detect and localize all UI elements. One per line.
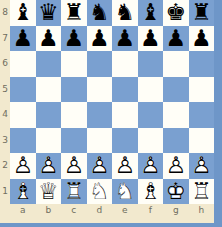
- piece-white-pawn[interactable]: ♟♙: [138, 153, 164, 179]
- square-a2[interactable]: ♟♙: [10, 153, 36, 179]
- square-d5[interactable]: [87, 77, 113, 103]
- file-label-b: b: [36, 204, 62, 223]
- square-h3[interactable]: [189, 128, 215, 154]
- square-f4[interactable]: [138, 102, 164, 128]
- square-c2[interactable]: ♟♙: [61, 153, 87, 179]
- square-g1[interactable]: ♚♔: [163, 179, 189, 205]
- file-label-a: a: [10, 204, 36, 223]
- piece-black-pawn[interactable]: ♟: [10, 26, 36, 52]
- piece-black-pawn[interactable]: ♟: [87, 26, 113, 52]
- square-g6[interactable]: [163, 51, 189, 77]
- square-h5[interactable]: [189, 77, 215, 103]
- square-e7[interactable]: ♟: [112, 26, 138, 52]
- rank-label-7: 7: [0, 26, 10, 52]
- square-e5[interactable]: [112, 77, 138, 103]
- chess-board: ♝♛♜♞♞♝♚♜♟♟♟♟♟♟♟♟♟♙♟♙♟♙♟♙♟♙♟♙♟♙♟♙♝♗♛♕♜♖♞♘…: [10, 0, 214, 204]
- rank-label-8: 8: [0, 0, 10, 26]
- square-f3[interactable]: [138, 128, 164, 154]
- square-h6[interactable]: [189, 51, 215, 77]
- piece-black-pawn[interactable]: ♟: [36, 26, 62, 52]
- black-piece-glyph: ♝: [12, 1, 33, 24]
- piece-white-pawn[interactable]: ♟♙: [36, 153, 62, 179]
- piece-black-queen[interactable]: ♛: [36, 0, 62, 26]
- square-b3[interactable]: [36, 128, 62, 154]
- white-piece-outline: ♗: [12, 180, 33, 203]
- rank-label-1: 1: [0, 179, 10, 205]
- piece-white-knight[interactable]: ♞♘: [87, 179, 113, 205]
- square-c4[interactable]: [61, 102, 87, 128]
- piece-black-pawn[interactable]: ♟: [61, 26, 87, 52]
- square-f8[interactable]: ♝: [138, 0, 164, 26]
- square-a6[interactable]: [10, 51, 36, 77]
- file-label-e: e: [112, 204, 138, 223]
- black-piece-glyph: ♛: [38, 1, 59, 24]
- square-f7[interactable]: ♟: [138, 26, 164, 52]
- square-d2[interactable]: ♟♙: [87, 153, 113, 179]
- piece-white-bishop[interactable]: ♝♗: [10, 179, 36, 205]
- square-e6[interactable]: [112, 51, 138, 77]
- piece-white-knight[interactable]: ♞♘: [112, 179, 138, 205]
- white-piece-outline: ♗: [140, 180, 161, 203]
- square-b6[interactable]: [36, 51, 62, 77]
- white-piece-outline: ♙: [38, 154, 59, 177]
- piece-black-pawn[interactable]: ♟: [138, 26, 164, 52]
- black-piece-glyph: ♚: [165, 1, 186, 24]
- black-piece-glyph: ♟: [165, 27, 186, 50]
- square-h7[interactable]: ♟: [189, 26, 215, 52]
- piece-black-knight[interactable]: ♞: [87, 0, 113, 26]
- piece-white-king[interactable]: ♚♔: [163, 179, 189, 205]
- white-piece-outline: ♘: [114, 180, 135, 203]
- square-b1[interactable]: ♛♕: [36, 179, 62, 205]
- piece-white-queen[interactable]: ♛♕: [36, 179, 62, 205]
- piece-black-bishop[interactable]: ♝: [138, 0, 164, 26]
- file-labels: abcdefgh: [0, 204, 214, 223]
- square-a3[interactable]: [10, 128, 36, 154]
- file-label-c: c: [61, 204, 87, 223]
- square-f6[interactable]: [138, 51, 164, 77]
- file-label-f: f: [138, 204, 164, 223]
- square-f1[interactable]: ♝♗: [138, 179, 164, 205]
- square-g7[interactable]: ♟: [163, 26, 189, 52]
- square-a7[interactable]: ♟: [10, 26, 36, 52]
- square-g4[interactable]: [163, 102, 189, 128]
- black-piece-glyph: ♟: [89, 27, 110, 50]
- square-b2[interactable]: ♟♙: [36, 153, 62, 179]
- rank-label-3: 3: [0, 128, 10, 154]
- piece-white-bishop[interactable]: ♝♗: [138, 179, 164, 205]
- square-h1[interactable]: ♜♖: [189, 179, 215, 205]
- piece-white-rook[interactable]: ♜♖: [189, 179, 215, 205]
- square-e4[interactable]: [112, 102, 138, 128]
- white-piece-outline: ♙: [89, 154, 110, 177]
- file-label-g: g: [163, 204, 189, 223]
- piece-black-knight[interactable]: ♞: [112, 0, 138, 26]
- piece-black-rook[interactable]: ♜: [189, 0, 215, 26]
- square-b7[interactable]: ♟: [36, 26, 62, 52]
- piece-white-pawn[interactable]: ♟♙: [189, 153, 215, 179]
- black-piece-glyph: ♟: [12, 27, 33, 50]
- square-g8[interactable]: ♚: [163, 0, 189, 26]
- piece-black-pawn[interactable]: ♟: [163, 26, 189, 52]
- file-label-h: h: [189, 204, 215, 223]
- file-label-d: d: [87, 204, 113, 223]
- rank-label-4: 4: [0, 102, 10, 128]
- square-a4[interactable]: [10, 102, 36, 128]
- white-piece-outline: ♕: [38, 180, 59, 203]
- square-f2[interactable]: ♟♙: [138, 153, 164, 179]
- piece-white-pawn[interactable]: ♟♙: [10, 153, 36, 179]
- white-piece-outline: ♙: [114, 154, 135, 177]
- black-piece-glyph: ♟: [140, 27, 161, 50]
- black-piece-glyph: ♟: [38, 27, 59, 50]
- square-b8[interactable]: ♛: [36, 0, 62, 26]
- square-a1[interactable]: ♝♗: [10, 179, 36, 205]
- square-h8[interactable]: ♜: [189, 0, 215, 26]
- chess-board-window: 87654321 abcdefgh ♝♛♜♞♞♝♚♜♟♟♟♟♟♟♟♟♟♙♟♙♟♙…: [0, 0, 222, 227]
- square-g5[interactable]: [163, 77, 189, 103]
- square-b5[interactable]: [36, 77, 62, 103]
- rank-labels: 87654321: [0, 0, 10, 204]
- piece-white-rook[interactable]: ♜♖: [61, 179, 87, 205]
- square-c5[interactable]: [61, 77, 87, 103]
- black-piece-glyph: ♞: [114, 1, 135, 24]
- white-piece-outline: ♔: [165, 180, 186, 203]
- white-piece-outline: ♖: [191, 180, 212, 203]
- square-g3[interactable]: [163, 128, 189, 154]
- black-piece-glyph: ♜: [191, 1, 212, 24]
- piece-black-pawn[interactable]: ♟: [112, 26, 138, 52]
- square-e1[interactable]: ♞♘: [112, 179, 138, 205]
- square-e2[interactable]: ♟♙: [112, 153, 138, 179]
- piece-black-bishop[interactable]: ♝: [10, 0, 36, 26]
- square-e3[interactable]: [112, 128, 138, 154]
- white-piece-outline: ♙: [12, 154, 33, 177]
- square-g2[interactable]: ♟♙: [163, 153, 189, 179]
- rank-label-5: 5: [0, 77, 10, 103]
- piece-black-pawn[interactable]: ♟: [189, 26, 215, 52]
- square-d1[interactable]: ♞♘: [87, 179, 113, 205]
- piece-white-pawn[interactable]: ♟♙: [87, 153, 113, 179]
- square-c3[interactable]: [61, 128, 87, 154]
- square-c1[interactable]: ♜♖: [61, 179, 87, 205]
- square-c7[interactable]: ♟: [61, 26, 87, 52]
- black-piece-glyph: ♟: [191, 27, 212, 50]
- white-piece-outline: ♙: [63, 154, 84, 177]
- square-d3[interactable]: [87, 128, 113, 154]
- square-a5[interactable]: [10, 77, 36, 103]
- square-c8[interactable]: ♜: [61, 0, 87, 26]
- black-piece-glyph: ♝: [140, 1, 161, 24]
- square-h2[interactable]: ♟♙: [189, 153, 215, 179]
- black-piece-glyph: ♟: [114, 27, 135, 50]
- piece-white-pawn[interactable]: ♟♙: [112, 153, 138, 179]
- white-piece-outline: ♖: [63, 180, 84, 203]
- white-piece-outline: ♘: [89, 180, 110, 203]
- white-piece-outline: ♙: [165, 154, 186, 177]
- black-piece-glyph: ♜: [63, 1, 84, 24]
- white-piece-outline: ♙: [191, 154, 212, 177]
- black-piece-glyph: ♟: [63, 27, 84, 50]
- square-d6[interactable]: [87, 51, 113, 77]
- rank-label-2: 2: [0, 153, 10, 179]
- square-b4[interactable]: [36, 102, 62, 128]
- piece-white-pawn[interactable]: ♟♙: [163, 153, 189, 179]
- white-piece-outline: ♙: [140, 154, 161, 177]
- square-h4[interactable]: [189, 102, 215, 128]
- square-d8[interactable]: ♞: [87, 0, 113, 26]
- piece-black-king[interactable]: ♚: [163, 0, 189, 26]
- piece-white-pawn[interactable]: ♟♙: [61, 153, 87, 179]
- square-e8[interactable]: ♞: [112, 0, 138, 26]
- square-d7[interactable]: ♟: [87, 26, 113, 52]
- square-c6[interactable]: [61, 51, 87, 77]
- square-f5[interactable]: [138, 77, 164, 103]
- piece-black-rook[interactable]: ♜: [61, 0, 87, 26]
- rank-label-6: 6: [0, 51, 10, 77]
- square-d4[interactable]: [87, 102, 113, 128]
- square-a8[interactable]: ♝: [10, 0, 36, 26]
- black-piece-glyph: ♞: [89, 1, 110, 24]
